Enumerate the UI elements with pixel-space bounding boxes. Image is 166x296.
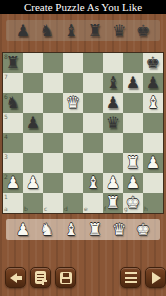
square-b6[interactable] — [23, 93, 43, 113]
square-e1[interactable]: e — [83, 193, 103, 213]
square-e8[interactable] — [83, 53, 103, 73]
piece-bp[interactable]: ♟ — [26, 113, 40, 133]
hamburger-menu-icon — [125, 272, 137, 283]
square-g5[interactable] — [123, 113, 143, 133]
square-b3[interactable] — [23, 153, 43, 173]
file-label: b — [24, 206, 28, 212]
piece-wb[interactable]: ♝ — [146, 93, 160, 113]
tray-piece-wq[interactable]: ♛ — [112, 219, 126, 240]
square-c1[interactable]: c — [43, 193, 63, 213]
square-f7[interactable]: ♝ — [103, 73, 123, 93]
square-c6[interactable] — [43, 93, 63, 113]
square-a7[interactable]: 7 — [3, 73, 23, 93]
save-button[interactable] — [55, 267, 76, 288]
square-f8[interactable] — [103, 53, 123, 73]
file-label: e — [84, 206, 88, 212]
piece-wp[interactable]: ♟ — [146, 153, 160, 173]
piece-wp[interactable]: ♟ — [6, 173, 20, 193]
piece-br[interactable]: ♜ — [6, 53, 20, 73]
square-d1[interactable]: d — [63, 193, 83, 213]
piece-bb[interactable]: ♝ — [106, 73, 120, 93]
rank-label: 4 — [4, 134, 8, 140]
piece-wq[interactable]: ♛ — [66, 93, 80, 113]
piece-bp[interactable]: ♟ — [146, 73, 160, 93]
square-b7[interactable] — [23, 73, 43, 93]
rank-label: 1 — [4, 194, 8, 200]
square-b4[interactable] — [23, 133, 43, 153]
clipboard-list-icon — [35, 271, 46, 284]
tray-piece-bn[interactable]: ♞ — [40, 20, 54, 41]
file-label: a — [4, 206, 8, 212]
menu-button[interactable] — [120, 267, 141, 288]
square-d8[interactable] — [63, 53, 83, 73]
square-e4[interactable] — [83, 133, 103, 153]
square-a4[interactable]: 4 — [3, 133, 23, 153]
piece-bn[interactable]: ♞ — [6, 93, 20, 113]
square-b5[interactable]: ♟ — [23, 113, 43, 133]
square-e3[interactable] — [83, 153, 103, 173]
square-e7[interactable] — [83, 73, 103, 93]
square-g8[interactable] — [123, 53, 143, 73]
square-h3[interactable]: ♟ — [143, 153, 163, 173]
tray-piece-wb[interactable]: ♝ — [64, 219, 78, 240]
square-c4[interactable] — [43, 133, 63, 153]
black-piece-tray: ♟♞♝♜♛♚ — [6, 20, 160, 41]
square-a3[interactable]: 3 — [3, 153, 23, 173]
square-g6[interactable] — [123, 93, 143, 113]
square-f6[interactable]: ♟ — [103, 93, 123, 113]
rank-label: 5 — [4, 114, 8, 120]
play-button[interactable] — [145, 267, 166, 288]
square-b1[interactable]: b — [23, 193, 43, 213]
square-f4[interactable] — [103, 133, 123, 153]
tray-piece-wn[interactable]: ♞ — [40, 219, 54, 240]
page-title: Create Puzzle As You Like — [0, 0, 166, 14]
square-g3[interactable]: ♜ — [123, 153, 143, 173]
square-g7[interactable]: ♟ — [123, 73, 143, 93]
square-h6[interactable]: ♝ — [143, 93, 163, 113]
piece-bp[interactable]: ♟ — [126, 73, 140, 93]
square-e5[interactable] — [83, 113, 103, 133]
tray-piece-wp[interactable]: ♟ — [16, 219, 30, 240]
back-arrow-icon — [10, 273, 22, 283]
play-icon — [152, 272, 161, 284]
tray-piece-wk[interactable]: ♚ — [136, 219, 150, 240]
square-h1[interactable]: h — [143, 193, 163, 213]
piece-bq[interactable]: ♛ — [106, 113, 120, 133]
square-a5[interactable]: 5 — [3, 113, 23, 133]
square-a6[interactable]: 6♞ — [3, 93, 23, 113]
square-g1[interactable]: g♚ — [123, 193, 143, 213]
square-a1[interactable]: 1a — [3, 193, 23, 213]
piece-wk[interactable]: ♚ — [126, 193, 140, 213]
piece-wp[interactable]: ♟ — [26, 173, 40, 193]
tray-piece-wr[interactable]: ♜ — [88, 219, 102, 240]
square-e2[interactable]: ♝ — [83, 173, 103, 193]
square-c8[interactable] — [43, 53, 63, 73]
square-h7[interactable]: ♟ — [143, 73, 163, 93]
square-h5[interactable] — [143, 113, 163, 133]
square-c2[interactable] — [43, 173, 63, 193]
board: 8♜♚7♝♟♟6♞♛♟♝5♟♛43♜♟2♟♟♝♟♟1abcdef♜g♚h — [2, 52, 164, 214]
square-c3[interactable] — [43, 153, 63, 173]
rank-label: 7 — [4, 74, 8, 80]
square-g4[interactable] — [123, 133, 143, 153]
square-f3[interactable] — [103, 153, 123, 173]
square-f5[interactable]: ♛ — [103, 113, 123, 133]
square-d4[interactable] — [63, 133, 83, 153]
rank-label: 3 — [4, 154, 8, 160]
file-label: c — [44, 206, 47, 212]
tray-piece-br[interactable]: ♜ — [88, 20, 102, 41]
square-d5[interactable] — [63, 113, 83, 133]
piece-wr[interactable]: ♜ — [126, 153, 140, 173]
square-f2[interactable]: ♟ — [103, 173, 123, 193]
piece-wp[interactable]: ♟ — [126, 173, 140, 193]
piece-bk[interactable]: ♚ — [146, 53, 160, 73]
square-b2[interactable]: ♟ — [23, 173, 43, 193]
square-a8[interactable]: 8♜ — [3, 53, 23, 73]
square-h2[interactable] — [143, 173, 163, 193]
back-button[interactable] — [5, 267, 26, 288]
floppy-disk-icon — [60, 272, 72, 284]
square-b8[interactable] — [23, 53, 43, 73]
file-label: h — [144, 206, 148, 212]
square-f1[interactable]: f♜ — [103, 193, 123, 213]
square-d2[interactable] — [63, 173, 83, 193]
square-e6[interactable] — [83, 93, 103, 113]
square-h8[interactable]: ♚ — [143, 53, 163, 73]
tray-piece-bk[interactable]: ♚ — [136, 20, 150, 41]
tray-piece-bq[interactable]: ♛ — [112, 20, 126, 41]
square-c7[interactable] — [43, 73, 63, 93]
file-label: d — [64, 206, 68, 212]
square-d3[interactable] — [63, 153, 83, 173]
square-d7[interactable] — [63, 73, 83, 93]
tray-piece-bb[interactable]: ♝ — [64, 20, 78, 41]
load-list-button[interactable] — [30, 267, 51, 288]
white-piece-tray: ♟♞♝♜♛♚ — [6, 219, 160, 240]
square-a2[interactable]: 2♟ — [3, 173, 23, 193]
piece-wp[interactable]: ♟ — [106, 173, 120, 193]
square-g2[interactable]: ♟ — [123, 173, 143, 193]
square-c5[interactable] — [43, 113, 63, 133]
piece-wb[interactable]: ♝ — [86, 173, 100, 193]
piece-bp[interactable]: ♟ — [106, 93, 120, 113]
piece-wr[interactable]: ♜ — [106, 193, 120, 213]
square-d6[interactable]: ♛ — [63, 93, 83, 113]
tray-piece-bp[interactable]: ♟ — [16, 20, 30, 41]
square-h4[interactable] — [143, 133, 163, 153]
